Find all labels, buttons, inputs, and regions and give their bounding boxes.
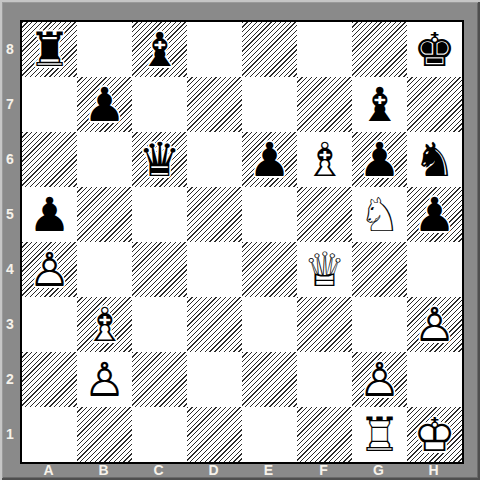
square-h5[interactable]: ♟♟ [407, 187, 462, 242]
file-label-d: D [186, 462, 241, 478]
rank-label-1: 1 [0, 406, 20, 461]
piece-glyph: ♕ [297, 242, 352, 297]
white-pawn-b2[interactable]: ♟♙ [77, 352, 132, 407]
square-b3[interactable]: ♝♗ [77, 297, 132, 352]
square-d1[interactable] [187, 407, 242, 462]
rank-label-6: 6 [0, 131, 20, 186]
square-b7[interactable]: ♟♟ [77, 77, 132, 132]
white-bishop-f6[interactable]: ♝♗ [297, 132, 352, 187]
white-bishop-b3[interactable]: ♝♗ [77, 297, 132, 352]
square-a3[interactable] [22, 297, 77, 352]
file-label-h: H [406, 462, 461, 478]
square-e3[interactable] [242, 297, 297, 352]
chess-board: ♜♜♝♝♚♚♟♟♝♝♛♛♟♟♝♗♟♟♞♞♟♟♞♘♟♟♟♙♛♕♝♗♟♙♟♙♟♙♜♖… [20, 20, 464, 464]
black-pawn-h5[interactable]: ♟♟ [407, 187, 462, 242]
file-label-e: E [241, 462, 296, 478]
square-h1[interactable]: ♚♔ [407, 407, 462, 462]
square-b2[interactable]: ♟♙ [77, 352, 132, 407]
square-g6[interactable]: ♟♟ [352, 132, 407, 187]
piece-glyph: ♛ [132, 132, 187, 187]
square-f6[interactable]: ♝♗ [297, 132, 352, 187]
piece-glyph: ♖ [352, 407, 407, 462]
square-a4[interactable]: ♟♙ [22, 242, 77, 297]
square-h6[interactable]: ♞♞ [407, 132, 462, 187]
piece-glyph: ♗ [77, 297, 132, 352]
square-c1[interactable] [132, 407, 187, 462]
piece-glyph: ♔ [407, 407, 462, 462]
square-c4[interactable] [132, 242, 187, 297]
square-c5[interactable] [132, 187, 187, 242]
white-pawn-g2[interactable]: ♟♙ [352, 352, 407, 407]
square-b8[interactable] [77, 22, 132, 77]
piece-glyph: ♞ [407, 132, 462, 187]
square-h8[interactable]: ♚♚ [407, 22, 462, 77]
square-b5[interactable] [77, 187, 132, 242]
piece-glyph: ♗ [297, 132, 352, 187]
white-pawn-h3[interactable]: ♟♙ [407, 297, 462, 352]
piece-glyph: ♟ [407, 187, 462, 242]
chess-diagram-frame: ♜♜♝♝♚♚♟♟♝♝♛♛♟♟♝♗♟♟♞♞♟♟♞♘♟♟♟♙♛♕♝♗♟♙♟♙♟♙♜♖… [0, 0, 480, 480]
square-b6[interactable] [77, 132, 132, 187]
square-a6[interactable] [22, 132, 77, 187]
square-e7[interactable] [242, 77, 297, 132]
square-c6[interactable]: ♛♛ [132, 132, 187, 187]
square-f7[interactable] [297, 77, 352, 132]
square-d6[interactable] [187, 132, 242, 187]
square-a2[interactable] [22, 352, 77, 407]
square-h4[interactable] [407, 242, 462, 297]
square-d4[interactable] [187, 242, 242, 297]
piece-glyph: ♘ [352, 187, 407, 242]
black-pawn-g6[interactable]: ♟♟ [352, 132, 407, 187]
square-f4[interactable]: ♛♕ [297, 242, 352, 297]
piece-glyph: ♙ [77, 352, 132, 407]
piece-glyph: ♙ [22, 242, 77, 297]
square-c3[interactable] [132, 297, 187, 352]
file-label-a: A [21, 462, 76, 478]
square-e1[interactable] [242, 407, 297, 462]
piece-glyph: ♙ [352, 352, 407, 407]
square-d2[interactable] [187, 352, 242, 407]
black-knight-h6[interactable]: ♞♞ [407, 132, 462, 187]
square-f1[interactable] [297, 407, 352, 462]
piece-glyph: ♚ [407, 22, 462, 77]
square-h7[interactable] [407, 77, 462, 132]
piece-glyph: ♟ [77, 77, 132, 132]
square-c2[interactable] [132, 352, 187, 407]
rank-label-8: 8 [0, 21, 20, 76]
black-bishop-c8[interactable]: ♝♝ [132, 22, 187, 77]
square-g4[interactable] [352, 242, 407, 297]
square-g2[interactable]: ♟♙ [352, 352, 407, 407]
file-label-b: B [76, 462, 131, 478]
square-a5[interactable]: ♟♟ [22, 187, 77, 242]
white-knight-g5[interactable]: ♞♘ [352, 187, 407, 242]
piece-glyph: ♟ [22, 187, 77, 242]
black-bishop-g7[interactable]: ♝♝ [352, 77, 407, 132]
black-rook-a8[interactable]: ♜♜ [22, 22, 77, 77]
square-h2[interactable] [407, 352, 462, 407]
square-e2[interactable] [242, 352, 297, 407]
square-e5[interactable] [242, 187, 297, 242]
square-b1[interactable] [77, 407, 132, 462]
square-d7[interactable] [187, 77, 242, 132]
file-label-c: C [131, 462, 186, 478]
white-king-h1[interactable]: ♚♔ [407, 407, 462, 462]
piece-glyph: ♝ [132, 22, 187, 77]
black-pawn-b7[interactable]: ♟♟ [77, 77, 132, 132]
square-f3[interactable] [297, 297, 352, 352]
piece-glyph: ♟ [352, 132, 407, 187]
square-g1[interactable]: ♜♖ [352, 407, 407, 462]
piece-glyph: ♜ [22, 22, 77, 77]
white-rook-g1[interactable]: ♜♖ [352, 407, 407, 462]
black-pawn-a5[interactable]: ♟♟ [22, 187, 77, 242]
black-queen-c6[interactable]: ♛♛ [132, 132, 187, 187]
piece-glyph: ♟ [242, 132, 297, 187]
piece-glyph: ♝ [352, 77, 407, 132]
square-e4[interactable] [242, 242, 297, 297]
rank-label-7: 7 [0, 76, 20, 131]
square-b4[interactable] [77, 242, 132, 297]
rank-label-2: 2 [0, 351, 20, 406]
square-g5[interactable]: ♞♘ [352, 187, 407, 242]
square-d5[interactable] [187, 187, 242, 242]
rank-label-4: 4 [0, 241, 20, 296]
square-f8[interactable] [297, 22, 352, 77]
file-label-g: G [351, 462, 406, 478]
square-a8[interactable]: ♜♜ [22, 22, 77, 77]
white-queen-f4[interactable]: ♛♕ [297, 242, 352, 297]
rank-label-5: 5 [0, 186, 20, 241]
square-g3[interactable] [352, 297, 407, 352]
square-c7[interactable] [132, 77, 187, 132]
black-pawn-e6[interactable]: ♟♟ [242, 132, 297, 187]
square-g7[interactable]: ♝♝ [352, 77, 407, 132]
square-a7[interactable] [22, 77, 77, 132]
white-pawn-a4[interactable]: ♟♙ [22, 242, 77, 297]
square-e8[interactable] [242, 22, 297, 77]
square-g8[interactable] [352, 22, 407, 77]
square-c8[interactable]: ♝♝ [132, 22, 187, 77]
square-d8[interactable] [187, 22, 242, 77]
square-h3[interactable]: ♟♙ [407, 297, 462, 352]
square-a1[interactable] [22, 407, 77, 462]
rank-label-3: 3 [0, 296, 20, 351]
square-f2[interactable] [297, 352, 352, 407]
black-king-h8[interactable]: ♚♚ [407, 22, 462, 77]
square-f5[interactable] [297, 187, 352, 242]
square-e6[interactable]: ♟♟ [242, 132, 297, 187]
square-d3[interactable] [187, 297, 242, 352]
piece-glyph: ♙ [407, 297, 462, 352]
file-label-f: F [296, 462, 351, 478]
